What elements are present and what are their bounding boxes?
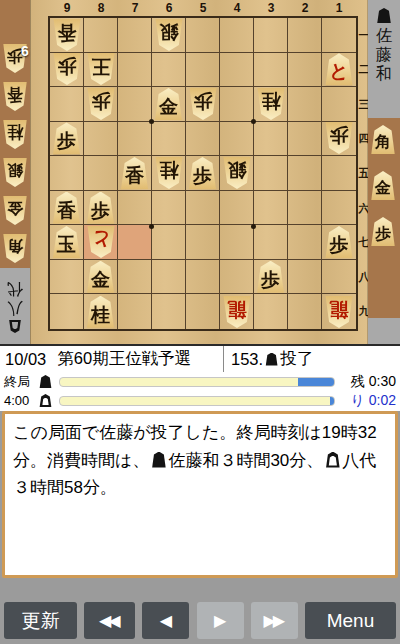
hoshi-dot bbox=[149, 224, 154, 229]
file-label-9: 9 bbox=[50, 1, 84, 15]
piece-sente-と: と bbox=[324, 53, 354, 85]
square-7四[interactable] bbox=[118, 122, 152, 157]
square-8七[interactable]: と bbox=[84, 225, 118, 260]
square-1二[interactable]: と bbox=[322, 53, 356, 88]
gote-piece-icon bbox=[39, 394, 52, 407]
square-8六[interactable]: 歩 bbox=[84, 191, 118, 226]
square-3五[interactable] bbox=[254, 156, 288, 191]
square-6四[interactable] bbox=[152, 122, 186, 157]
square-3二[interactable] bbox=[254, 53, 288, 88]
square-3八[interactable]: 歩 bbox=[254, 260, 288, 295]
square-3一[interactable] bbox=[254, 18, 288, 53]
info-bar: 10/03 第60期王位戦予選 153. 投了 bbox=[0, 344, 400, 372]
hoshi-dot bbox=[149, 119, 154, 124]
game-info: 10/03 第60期王位戦予選 bbox=[0, 348, 223, 370]
gote-hand-tray: 歩6香桂銀金角 八代 bbox=[0, 0, 30, 344]
sente-hand-tray: 佐藤和 角金歩 bbox=[368, 0, 400, 344]
hand-piece-桂[interactable]: 桂 bbox=[2, 120, 28, 149]
piece-gote-龍: 龍 bbox=[222, 296, 252, 328]
gote-name-char: 八 bbox=[7, 299, 23, 318]
piece-gote-銀: 銀 bbox=[222, 157, 252, 189]
square-4四[interactable] bbox=[220, 122, 254, 157]
sente-clock-label: 終局 bbox=[4, 373, 39, 391]
piece-sente-歩: 歩 bbox=[256, 261, 286, 293]
square-2四[interactable] bbox=[288, 122, 322, 157]
square-1三[interactable] bbox=[322, 87, 356, 122]
piece-gote-歩: 歩 bbox=[86, 88, 116, 120]
sente-time-remaining-bar bbox=[298, 378, 334, 386]
hand-piece-金[interactable]: 金 bbox=[370, 171, 396, 200]
move-text: 投了 bbox=[280, 348, 313, 370]
nav-buttons: 更新◀◀◀▶▶▶Menu bbox=[4, 602, 396, 639]
piece-glyph: 角 bbox=[370, 125, 396, 154]
piece-glyph: 香 bbox=[2, 82, 28, 111]
square-5五[interactable]: 歩 bbox=[186, 156, 220, 191]
sente-piece-icon bbox=[151, 452, 166, 468]
square-1五[interactable] bbox=[322, 156, 356, 191]
square-4二[interactable] bbox=[220, 53, 254, 88]
square-6九[interactable] bbox=[152, 294, 186, 329]
remain-label: 残 bbox=[351, 373, 365, 391]
square-2九[interactable] bbox=[288, 294, 322, 329]
rewind-button[interactable]: ◀◀ bbox=[84, 602, 135, 639]
sente-time-bar bbox=[59, 377, 335, 387]
gote-piece-icon bbox=[325, 452, 340, 468]
piece-gote-歩: 歩 bbox=[52, 53, 82, 85]
gote-remaining-time: り 0:02 bbox=[342, 392, 396, 410]
piece-sente-金: 金 bbox=[154, 88, 184, 120]
square-2八[interactable] bbox=[288, 260, 322, 295]
square-8八[interactable]: 金 bbox=[84, 260, 118, 295]
piece-sente-歩: 歩 bbox=[324, 226, 354, 258]
square-1八[interactable] bbox=[322, 260, 356, 295]
square-5七[interactable] bbox=[186, 225, 220, 260]
sente-piece-icon bbox=[377, 8, 392, 23]
square-2五[interactable] bbox=[288, 156, 322, 191]
square-7九[interactable] bbox=[118, 294, 152, 329]
sente-piece-icon bbox=[39, 375, 52, 388]
sente-name-char: 佐 bbox=[376, 26, 392, 45]
square-9八[interactable] bbox=[50, 260, 84, 295]
board-panel: 987654321 一二三四五六七八九 香銀歩王と歩金歩桂歩歩香桂歩銀香歩玉と歩… bbox=[30, 0, 368, 344]
square-1九[interactable]: 龍 bbox=[322, 294, 356, 329]
board-area: 歩6香桂銀金角 八代 987654321 一二三四五六七八九 香銀歩王と歩金歩桂… bbox=[0, 0, 400, 344]
bottom-toolbar: 更新◀◀◀▶▶▶Menu bbox=[0, 578, 400, 644]
square-8一[interactable] bbox=[84, 18, 118, 53]
board-grid: 香銀歩王と歩金歩桂歩歩香桂歩銀香歩玉と歩金歩桂龍龍 bbox=[48, 16, 358, 331]
gote-piece-icon bbox=[9, 320, 22, 333]
square-8三[interactable]: 歩 bbox=[84, 87, 118, 122]
square-3九[interactable] bbox=[254, 294, 288, 329]
piece-gote-龍: 龍 bbox=[324, 296, 354, 328]
piece-gote-と: と bbox=[86, 226, 116, 258]
sente-name-plate: 佐藤和 bbox=[368, 0, 400, 118]
square-8九[interactable]: 桂 bbox=[84, 294, 118, 329]
file-label-3: 3 bbox=[254, 1, 288, 15]
square-6一[interactable]: 銀 bbox=[152, 18, 186, 53]
square-6三[interactable]: 金 bbox=[152, 87, 186, 122]
square-9二[interactable]: 歩 bbox=[50, 53, 84, 88]
square-6七[interactable] bbox=[152, 225, 186, 260]
gote-time-remaining-bar bbox=[330, 397, 334, 405]
square-9三[interactable] bbox=[50, 87, 84, 122]
square-1一[interactable] bbox=[322, 18, 356, 53]
fast-forward-button: ▶▶ bbox=[251, 602, 298, 639]
square-7二[interactable] bbox=[118, 53, 152, 88]
square-6五[interactable]: 桂 bbox=[152, 156, 186, 191]
square-7七[interactable] bbox=[118, 225, 152, 260]
remain-label: り bbox=[350, 392, 364, 410]
gote-name-chars: 八代 bbox=[7, 280, 23, 318]
file-label-5: 5 bbox=[186, 1, 220, 15]
game-date: 10/03 bbox=[5, 350, 46, 369]
hoshi-dot bbox=[251, 224, 256, 229]
square-4九[interactable]: 龍 bbox=[220, 294, 254, 329]
sente-remaining-time: 残 0:30 bbox=[342, 373, 396, 391]
square-5八[interactable] bbox=[186, 260, 220, 295]
square-4六[interactable] bbox=[220, 191, 254, 226]
piece-gote-桂: 桂 bbox=[256, 88, 286, 120]
file-label-2: 2 bbox=[288, 1, 322, 15]
hand-piece-金[interactable]: 金 bbox=[2, 196, 28, 225]
square-5九[interactable] bbox=[186, 294, 220, 329]
hand-piece-歩[interactable]: 歩6 bbox=[2, 44, 28, 73]
piece-sente-香: 香 bbox=[52, 192, 82, 224]
piece-gote-桂: 桂 bbox=[154, 157, 184, 189]
file-label-1: 1 bbox=[322, 1, 356, 15]
piece-gote-王: 王 bbox=[86, 53, 116, 85]
sente-clock-row: 終局 残 0:30 bbox=[0, 372, 400, 391]
sente-name-char: 藤 bbox=[376, 45, 392, 64]
piece-glyph: 銀 bbox=[2, 158, 28, 187]
piece-gote-歩: 歩 bbox=[188, 88, 218, 120]
hand-piece-角[interactable]: 角 bbox=[2, 234, 28, 263]
gote-time-bar bbox=[59, 396, 335, 406]
square-5二[interactable] bbox=[186, 53, 220, 88]
piece-sente-香: 香 bbox=[120, 157, 150, 189]
hand-piece-香[interactable]: 香 bbox=[2, 82, 28, 111]
gote-clock-row: 4:00 り 0:02 bbox=[0, 391, 400, 410]
remain-value: 0:02 bbox=[369, 392, 396, 410]
square-1七[interactable]: 歩 bbox=[322, 225, 356, 260]
piece-glyph: 金 bbox=[370, 171, 396, 200]
sente-name-char: 和 bbox=[376, 64, 392, 83]
piece-gote-歩: 歩 bbox=[324, 122, 354, 154]
hand-piece-銀[interactable]: 銀 bbox=[2, 158, 28, 187]
square-8四[interactable] bbox=[84, 122, 118, 157]
square-5一[interactable] bbox=[186, 18, 220, 53]
right-plate-bottom bbox=[368, 318, 400, 344]
hand-piece-歩[interactable]: 歩 bbox=[370, 217, 396, 246]
square-2三[interactable] bbox=[288, 87, 322, 122]
clock-area: 終局 残 0:30 4:00 り 0:02 bbox=[0, 372, 400, 411]
menu-button[interactable]: Menu bbox=[305, 602, 396, 639]
piece-glyph: 桂 bbox=[2, 120, 28, 149]
square-8五[interactable] bbox=[84, 156, 118, 191]
square-1四[interactable]: 歩 bbox=[322, 122, 356, 157]
square-9五[interactable] bbox=[50, 156, 84, 191]
piece-sente-歩: 歩 bbox=[188, 157, 218, 189]
square-2六[interactable] bbox=[288, 191, 322, 226]
square-2二[interactable] bbox=[288, 53, 322, 88]
move-number: 153. bbox=[231, 350, 263, 369]
update-button[interactable]: 更新 bbox=[4, 602, 77, 639]
file-label-4: 4 bbox=[220, 1, 254, 15]
hoshi-dot bbox=[251, 119, 256, 124]
shogi-app: 歩6香桂銀金角 八代 987654321 一二三四五六七八九 香銀歩王と歩金歩桂… bbox=[0, 0, 400, 644]
piece-glyph: 角 bbox=[2, 234, 28, 263]
piece-gote-銀: 銀 bbox=[154, 19, 184, 51]
piece-sente-歩: 歩 bbox=[86, 192, 116, 224]
square-6二[interactable] bbox=[152, 53, 186, 88]
square-9七[interactable]: 玉 bbox=[50, 225, 84, 260]
square-7五[interactable]: 香 bbox=[118, 156, 152, 191]
square-3四[interactable] bbox=[254, 122, 288, 157]
square-3三[interactable]: 桂 bbox=[254, 87, 288, 122]
sente-piece-icon bbox=[265, 353, 278, 366]
gote-name-plate: 八代 bbox=[0, 268, 30, 344]
step-back-button[interactable]: ◀ bbox=[142, 602, 189, 639]
square-4三[interactable] bbox=[220, 87, 254, 122]
square-2七[interactable] bbox=[288, 225, 322, 260]
square-9九[interactable] bbox=[50, 294, 84, 329]
piece-glyph: 歩 bbox=[370, 217, 396, 246]
square-7六[interactable] bbox=[118, 191, 152, 226]
sente-name-chars: 佐藤和 bbox=[376, 26, 392, 83]
piece-sente-歩: 歩 bbox=[52, 122, 82, 154]
square-3六[interactable] bbox=[254, 191, 288, 226]
file-labels: 987654321 bbox=[50, 1, 356, 15]
commentary-box[interactable]: この局面で佐藤が投了した。終局時刻は19時32分。消費時間は、佐藤和３時間30分… bbox=[2, 411, 398, 578]
square-9六[interactable]: 香 bbox=[50, 191, 84, 226]
square-6六[interactable] bbox=[152, 191, 186, 226]
square-8二[interactable]: 王 bbox=[84, 53, 118, 88]
square-7八[interactable] bbox=[118, 260, 152, 295]
piece-sente-玉: 玉 bbox=[52, 226, 82, 258]
current-move: 153. 投了 bbox=[224, 348, 313, 370]
square-7三[interactable] bbox=[118, 87, 152, 122]
piece-sente-桂: 桂 bbox=[86, 296, 116, 328]
file-label-6: 6 bbox=[152, 1, 186, 15]
piece-glyph: 金 bbox=[2, 196, 28, 225]
hand-piece-count: 6 bbox=[21, 43, 29, 59]
event-title: 第60期王位戦予選 bbox=[57, 348, 191, 370]
square-5六[interactable] bbox=[186, 191, 220, 226]
file-label-7: 7 bbox=[118, 1, 152, 15]
remain-value: 0:30 bbox=[369, 373, 396, 391]
commentary-text: この局面で佐藤が投了した。終局時刻は19時32分。消費時間は、佐藤和３時間30分… bbox=[13, 423, 377, 497]
step-forward-button: ▶ bbox=[197, 602, 244, 639]
square-2一[interactable] bbox=[288, 18, 322, 53]
gote-name-rotated: 八代 bbox=[7, 280, 23, 333]
file-label-8: 8 bbox=[84, 1, 118, 15]
square-9一[interactable]: 香 bbox=[50, 18, 84, 53]
piece-sente-金: 金 bbox=[86, 261, 116, 293]
hand-piece-角[interactable]: 角 bbox=[370, 125, 396, 154]
gote-clock-label: 4:00 bbox=[4, 393, 39, 408]
piece-gote-香: 香 bbox=[52, 19, 82, 51]
square-9四[interactable]: 歩 bbox=[50, 122, 84, 157]
square-7一[interactable] bbox=[118, 18, 152, 53]
square-5四[interactable] bbox=[186, 122, 220, 157]
square-3七[interactable] bbox=[254, 225, 288, 260]
square-6八[interactable] bbox=[152, 260, 186, 295]
square-4五[interactable]: 銀 bbox=[220, 156, 254, 191]
square-4一[interactable] bbox=[220, 18, 254, 53]
square-5三[interactable]: 歩 bbox=[186, 87, 220, 122]
square-4八[interactable] bbox=[220, 260, 254, 295]
square-4七[interactable] bbox=[220, 225, 254, 260]
gote-name-char: 代 bbox=[7, 280, 23, 299]
square-1六[interactable] bbox=[322, 191, 356, 226]
